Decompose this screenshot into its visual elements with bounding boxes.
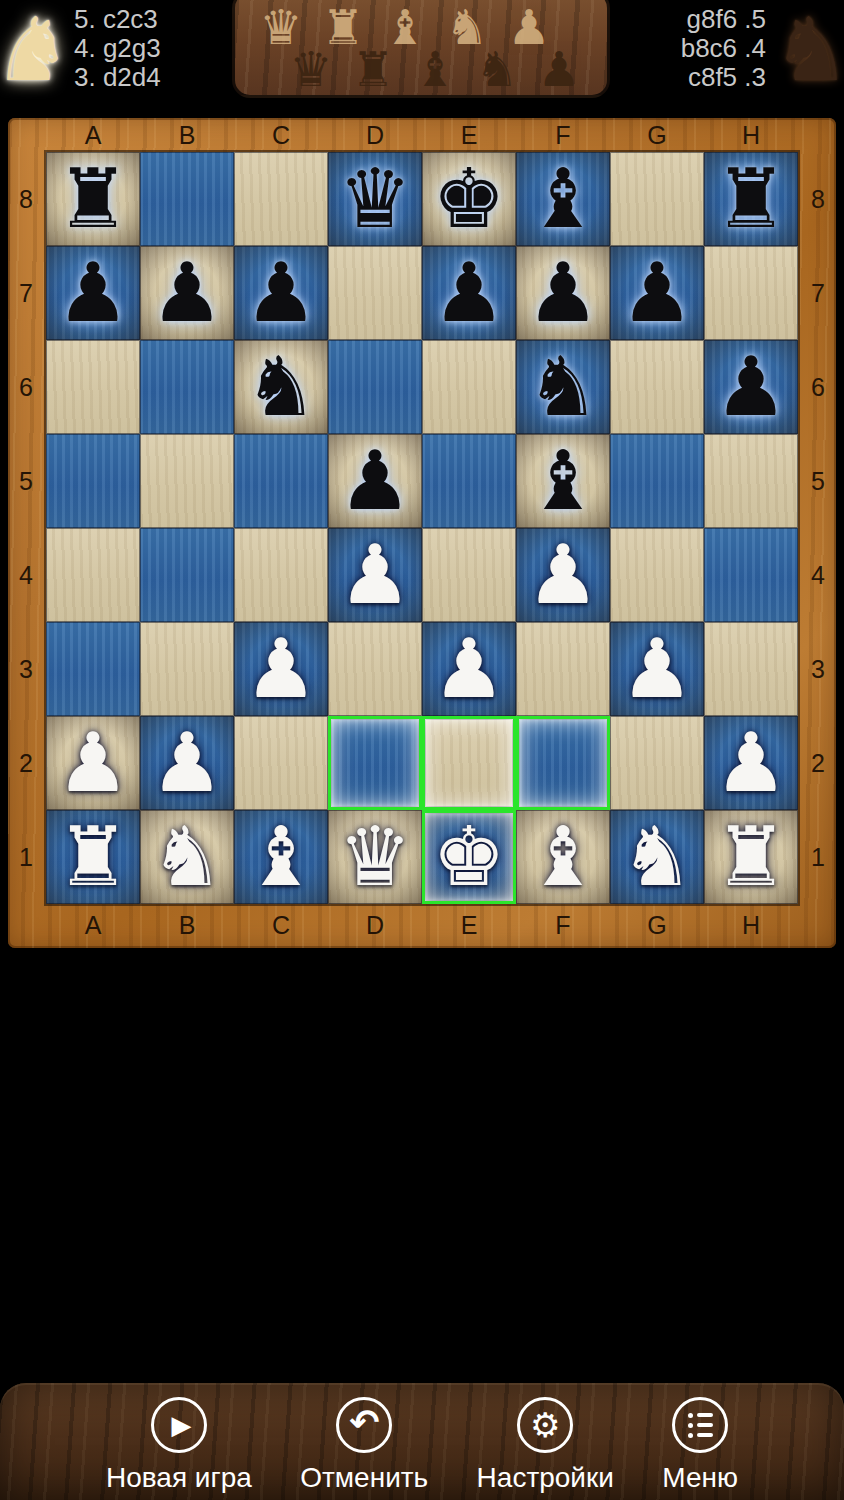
piece-black-pawn[interactable]: ♟ — [516, 246, 610, 340]
move-entry: 3. d2d4 — [74, 63, 161, 92]
square-b4[interactable] — [140, 528, 234, 622]
gear-icon: ⚙ — [517, 1397, 573, 1453]
piece-black-king[interactable]: ♚ — [422, 152, 516, 246]
rank-label: 3 — [8, 622, 44, 716]
piece-white-knight[interactable]: ♞ — [140, 810, 234, 904]
square-f8[interactable]: ♝ — [516, 152, 610, 246]
square-e1[interactable]: ♚ — [422, 810, 516, 904]
square-b7[interactable]: ♟ — [140, 246, 234, 340]
captured-black-slots: ♛♜♝♞♟ — [287, 43, 583, 95]
piece-white-bishop[interactable]: ♝ — [234, 810, 328, 904]
move-history-black: g8f6 .5b8c6 .4c8f5 .3 — [681, 5, 766, 92]
square-d7[interactable] — [328, 246, 422, 340]
square-e3[interactable]: ♟ — [422, 622, 516, 716]
square-d4[interactable]: ♟ — [328, 528, 422, 622]
piece-white-bishop[interactable]: ♝ — [516, 810, 610, 904]
square-f4[interactable]: ♟ — [516, 528, 610, 622]
square-f1[interactable]: ♝ — [516, 810, 610, 904]
bottom-toolbar: ▶Новая игра↶Отменить⚙НастройкиМеню — [0, 1383, 844, 1500]
move-entry: b8c6 .4 — [681, 34, 766, 63]
square-c3[interactable]: ♟ — [234, 622, 328, 716]
square-g1[interactable]: ♞ — [610, 810, 704, 904]
piece-white-queen[interactable]: ♛ — [328, 810, 422, 904]
square-f3[interactable] — [516, 622, 610, 716]
file-label: F — [516, 120, 610, 150]
file-label: H — [704, 910, 798, 940]
file-label: E — [422, 120, 516, 150]
board-frame: ABCDEFGH 87654321 87654321 ABCDEFGH ♜♛♚♝… — [8, 118, 836, 948]
piece-black-pawn[interactable]: ♟ — [328, 434, 422, 528]
menu-icon — [672, 1397, 728, 1453]
rank-label: 5 — [8, 434, 44, 528]
square-a2[interactable]: ♟ — [46, 716, 140, 810]
square-c6[interactable]: ♞ — [234, 340, 328, 434]
square-c4[interactable] — [234, 528, 328, 622]
square-b8[interactable] — [140, 152, 234, 246]
ghost-queen-icon: ♛ — [287, 43, 335, 95]
piece-black-queen[interactable]: ♛ — [328, 152, 422, 246]
square-c7[interactable]: ♟ — [234, 246, 328, 340]
piece-white-pawn[interactable]: ♟ — [704, 716, 798, 810]
undo-label: Отменить — [300, 1462, 428, 1494]
file-labels-bottom: ABCDEFGH — [46, 910, 798, 940]
piece-white-king[interactable]: ♚ — [425, 813, 513, 901]
square-g4[interactable] — [610, 528, 704, 622]
square-f6[interactable]: ♞ — [516, 340, 610, 434]
piece-black-pawn[interactable]: ♟ — [704, 340, 798, 434]
file-labels-top: ABCDEFGH — [46, 120, 798, 150]
square-h5[interactable] — [704, 434, 798, 528]
piece-white-pawn[interactable]: ♟ — [46, 716, 140, 810]
square-e8[interactable]: ♚ — [422, 152, 516, 246]
file-label: D — [328, 120, 422, 150]
file-label: D — [328, 910, 422, 940]
move-entry: g8f6 .5 — [681, 5, 766, 34]
square-g8[interactable] — [610, 152, 704, 246]
square-d5[interactable]: ♟ — [328, 434, 422, 528]
square-b6[interactable] — [140, 340, 234, 434]
square-b5[interactable] — [140, 434, 234, 528]
white-knight-icon: ♞ — [0, 0, 72, 100]
square-h2[interactable]: ♟ — [704, 716, 798, 810]
square-h1[interactable]: ♜ — [704, 810, 798, 904]
square-b3[interactable] — [140, 622, 234, 716]
square-c5[interactable] — [234, 434, 328, 528]
rank-label: 1 — [800, 810, 836, 904]
move-history-white: 5. c2c34. g2g33. d2d4 — [74, 5, 161, 92]
piece-black-knight[interactable]: ♞ — [516, 340, 610, 434]
rank-label: 8 — [8, 152, 44, 246]
captured-pieces-tray: ♛♜♝♞♟ ♛♜♝♞♟ — [232, 0, 610, 98]
square-e7[interactable]: ♟ — [422, 246, 516, 340]
piece-white-rook[interactable]: ♜ — [704, 810, 798, 904]
piece-black-knight[interactable]: ♞ — [234, 340, 328, 434]
rank-label: 5 — [800, 434, 836, 528]
square-d3[interactable] — [328, 622, 422, 716]
square-d2[interactable] — [328, 716, 422, 810]
piece-white-pawn[interactable]: ♟ — [610, 622, 704, 716]
rank-label: 8 — [800, 152, 836, 246]
square-h7[interactable] — [704, 246, 798, 340]
move-entry: 4. g2g3 — [74, 34, 161, 63]
file-label: F — [516, 910, 610, 940]
square-a3[interactable] — [46, 622, 140, 716]
square-g6[interactable] — [610, 340, 704, 434]
file-label: H — [704, 120, 798, 150]
square-e4[interactable] — [422, 528, 516, 622]
square-e6[interactable] — [422, 340, 516, 434]
settings-label: Настройки — [477, 1462, 614, 1494]
piece-black-pawn[interactable]: ♟ — [234, 246, 328, 340]
square-f5[interactable]: ♝ — [516, 434, 610, 528]
file-label: A — [46, 910, 140, 940]
play-icon: ▶ — [151, 1397, 207, 1453]
undo-icon: ↶ — [336, 1397, 392, 1453]
square-e2[interactable] — [422, 716, 516, 810]
new-game-button[interactable]: ▶Новая игра — [106, 1383, 252, 1500]
square-a1[interactable]: ♜ — [46, 810, 140, 904]
square-a7[interactable]: ♟ — [46, 246, 140, 340]
chess-app-screen: ♞ 5. c2c34. g2g33. d2d4 ♛♜♝♞♟ ♛♜♝♞♟ g8f6… — [0, 0, 844, 1500]
piece-black-rook[interactable]: ♜ — [704, 152, 798, 246]
square-h4[interactable] — [704, 528, 798, 622]
move-entry: 5. c2c3 — [74, 5, 161, 34]
square-h6[interactable]: ♟ — [704, 340, 798, 434]
rank-label: 4 — [800, 528, 836, 622]
menu-label: Меню — [662, 1462, 738, 1494]
move-entry: c8f5 .3 — [681, 63, 766, 92]
file-label: E — [422, 910, 516, 940]
square-b1[interactable]: ♞ — [140, 810, 234, 904]
settings-button[interactable]: ⚙Настройки — [477, 1383, 614, 1500]
square-c2[interactable] — [234, 716, 328, 810]
square-g7[interactable]: ♟ — [610, 246, 704, 340]
piece-black-pawn[interactable]: ♟ — [610, 246, 704, 340]
square-g5[interactable] — [610, 434, 704, 528]
new-game-label: Новая игра — [106, 1462, 252, 1494]
square-a5[interactable] — [46, 434, 140, 528]
file-label: G — [610, 910, 704, 940]
piece-black-bishop[interactable]: ♝ — [516, 434, 610, 528]
piece-black-pawn[interactable]: ♟ — [422, 246, 516, 340]
board-grid: ♜♛♚♝♜♟♟♟♟♟♟♞♞♟♟♝♟♟♟♟♟♟♟♟♜♞♝♛♚♝♞♜ — [46, 152, 798, 904]
square-g2[interactable] — [610, 716, 704, 810]
file-label: B — [140, 910, 234, 940]
piece-black-pawn[interactable]: ♟ — [46, 246, 140, 340]
rank-label: 2 — [8, 716, 44, 810]
ghost-bishop-icon: ♝ — [411, 43, 459, 95]
piece-black-rook[interactable]: ♜ — [46, 152, 140, 246]
rank-label: 7 — [8, 246, 44, 340]
ghost-knight-icon: ♞ — [473, 43, 521, 95]
piece-white-knight[interactable]: ♞ — [610, 810, 704, 904]
rank-label: 7 — [800, 246, 836, 340]
piece-white-pawn[interactable]: ♟ — [422, 622, 516, 716]
ghost-rook-icon: ♜ — [349, 43, 397, 95]
square-d6[interactable] — [328, 340, 422, 434]
piece-black-bishop[interactable]: ♝ — [516, 152, 610, 246]
file-label: A — [46, 120, 140, 150]
square-a8[interactable]: ♜ — [46, 152, 140, 246]
square-d1[interactable]: ♛ — [328, 810, 422, 904]
rank-label: 4 — [8, 528, 44, 622]
rank-label: 6 — [800, 340, 836, 434]
menu-button[interactable]: Меню — [662, 1383, 738, 1500]
square-e5[interactable] — [422, 434, 516, 528]
square-c8[interactable] — [234, 152, 328, 246]
file-label: B — [140, 120, 234, 150]
rank-labels-right: 87654321 — [800, 152, 836, 904]
square-d8[interactable]: ♛ — [328, 152, 422, 246]
piece-black-pawn[interactable]: ♟ — [140, 246, 234, 340]
top-bar: ♞ 5. c2c34. g2g33. d2d4 ♛♜♝♞♟ ♛♜♝♞♟ g8f6… — [0, 0, 844, 112]
rank-label: 2 — [800, 716, 836, 810]
square-h3[interactable] — [704, 622, 798, 716]
piece-white-rook[interactable]: ♜ — [46, 810, 140, 904]
rank-label: 6 — [8, 340, 44, 434]
square-b2[interactable]: ♟ — [140, 716, 234, 810]
square-a4[interactable] — [46, 528, 140, 622]
square-g3[interactable]: ♟ — [610, 622, 704, 716]
file-label: C — [234, 120, 328, 150]
rank-labels-left: 87654321 — [8, 152, 44, 904]
piece-white-pawn[interactable]: ♟ — [140, 716, 234, 810]
square-h8[interactable]: ♜ — [704, 152, 798, 246]
file-label: C — [234, 910, 328, 940]
square-a6[interactable] — [46, 340, 140, 434]
piece-white-pawn[interactable]: ♟ — [516, 528, 610, 622]
square-f7[interactable]: ♟ — [516, 246, 610, 340]
square-f2[interactable] — [516, 716, 610, 810]
piece-white-pawn[interactable]: ♟ — [234, 622, 328, 716]
piece-white-pawn[interactable]: ♟ — [328, 528, 422, 622]
file-label: G — [610, 120, 704, 150]
ghost-pawn-icon: ♟ — [535, 43, 583, 95]
rank-label: 1 — [8, 810, 44, 904]
undo-button[interactable]: ↶Отменить — [300, 1383, 428, 1500]
rank-label: 3 — [800, 622, 836, 716]
square-c1[interactable]: ♝ — [234, 810, 328, 904]
black-knight-icon: ♞ — [772, 0, 844, 100]
